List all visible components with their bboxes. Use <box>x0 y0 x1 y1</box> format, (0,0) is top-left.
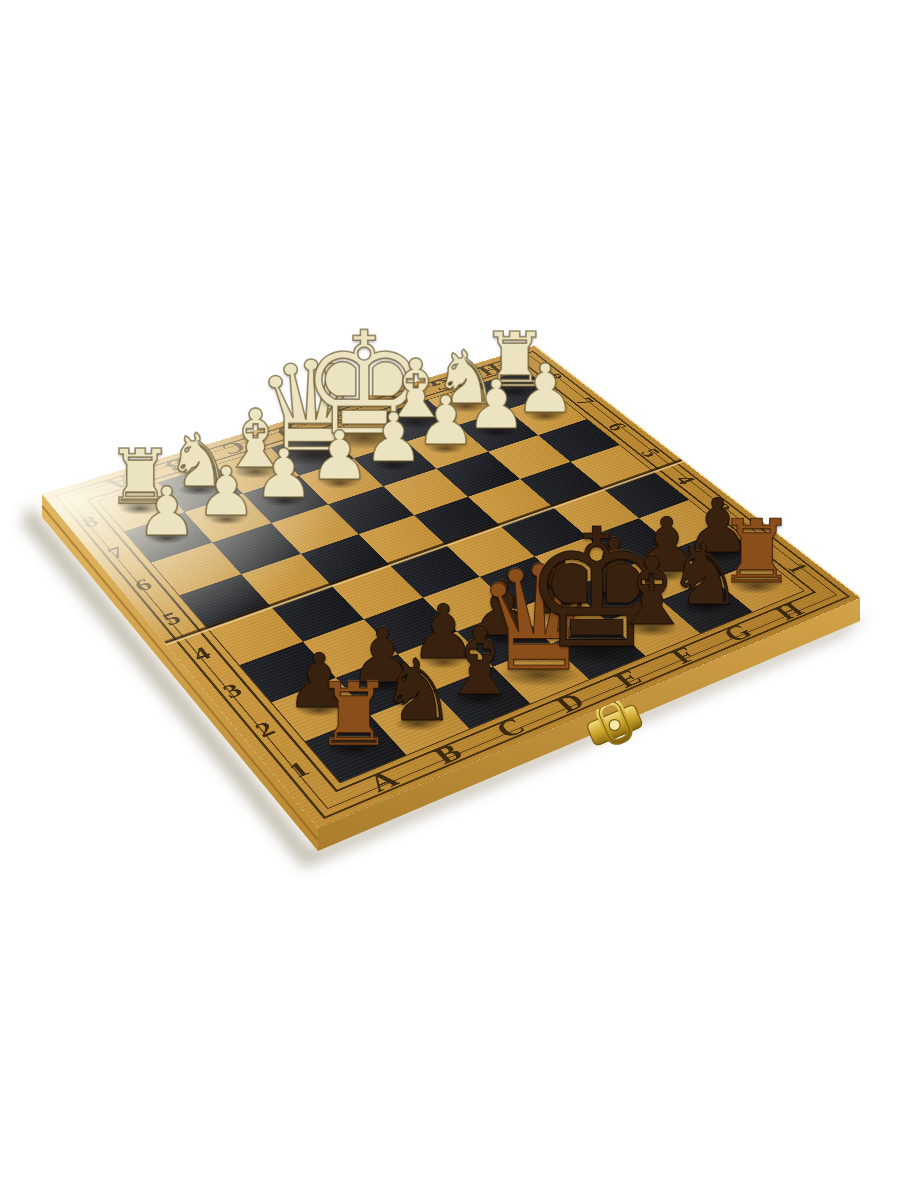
product-photo-chess-set: { "game": "chess", "scene": { "type": "p… <box>0 0 900 1200</box>
